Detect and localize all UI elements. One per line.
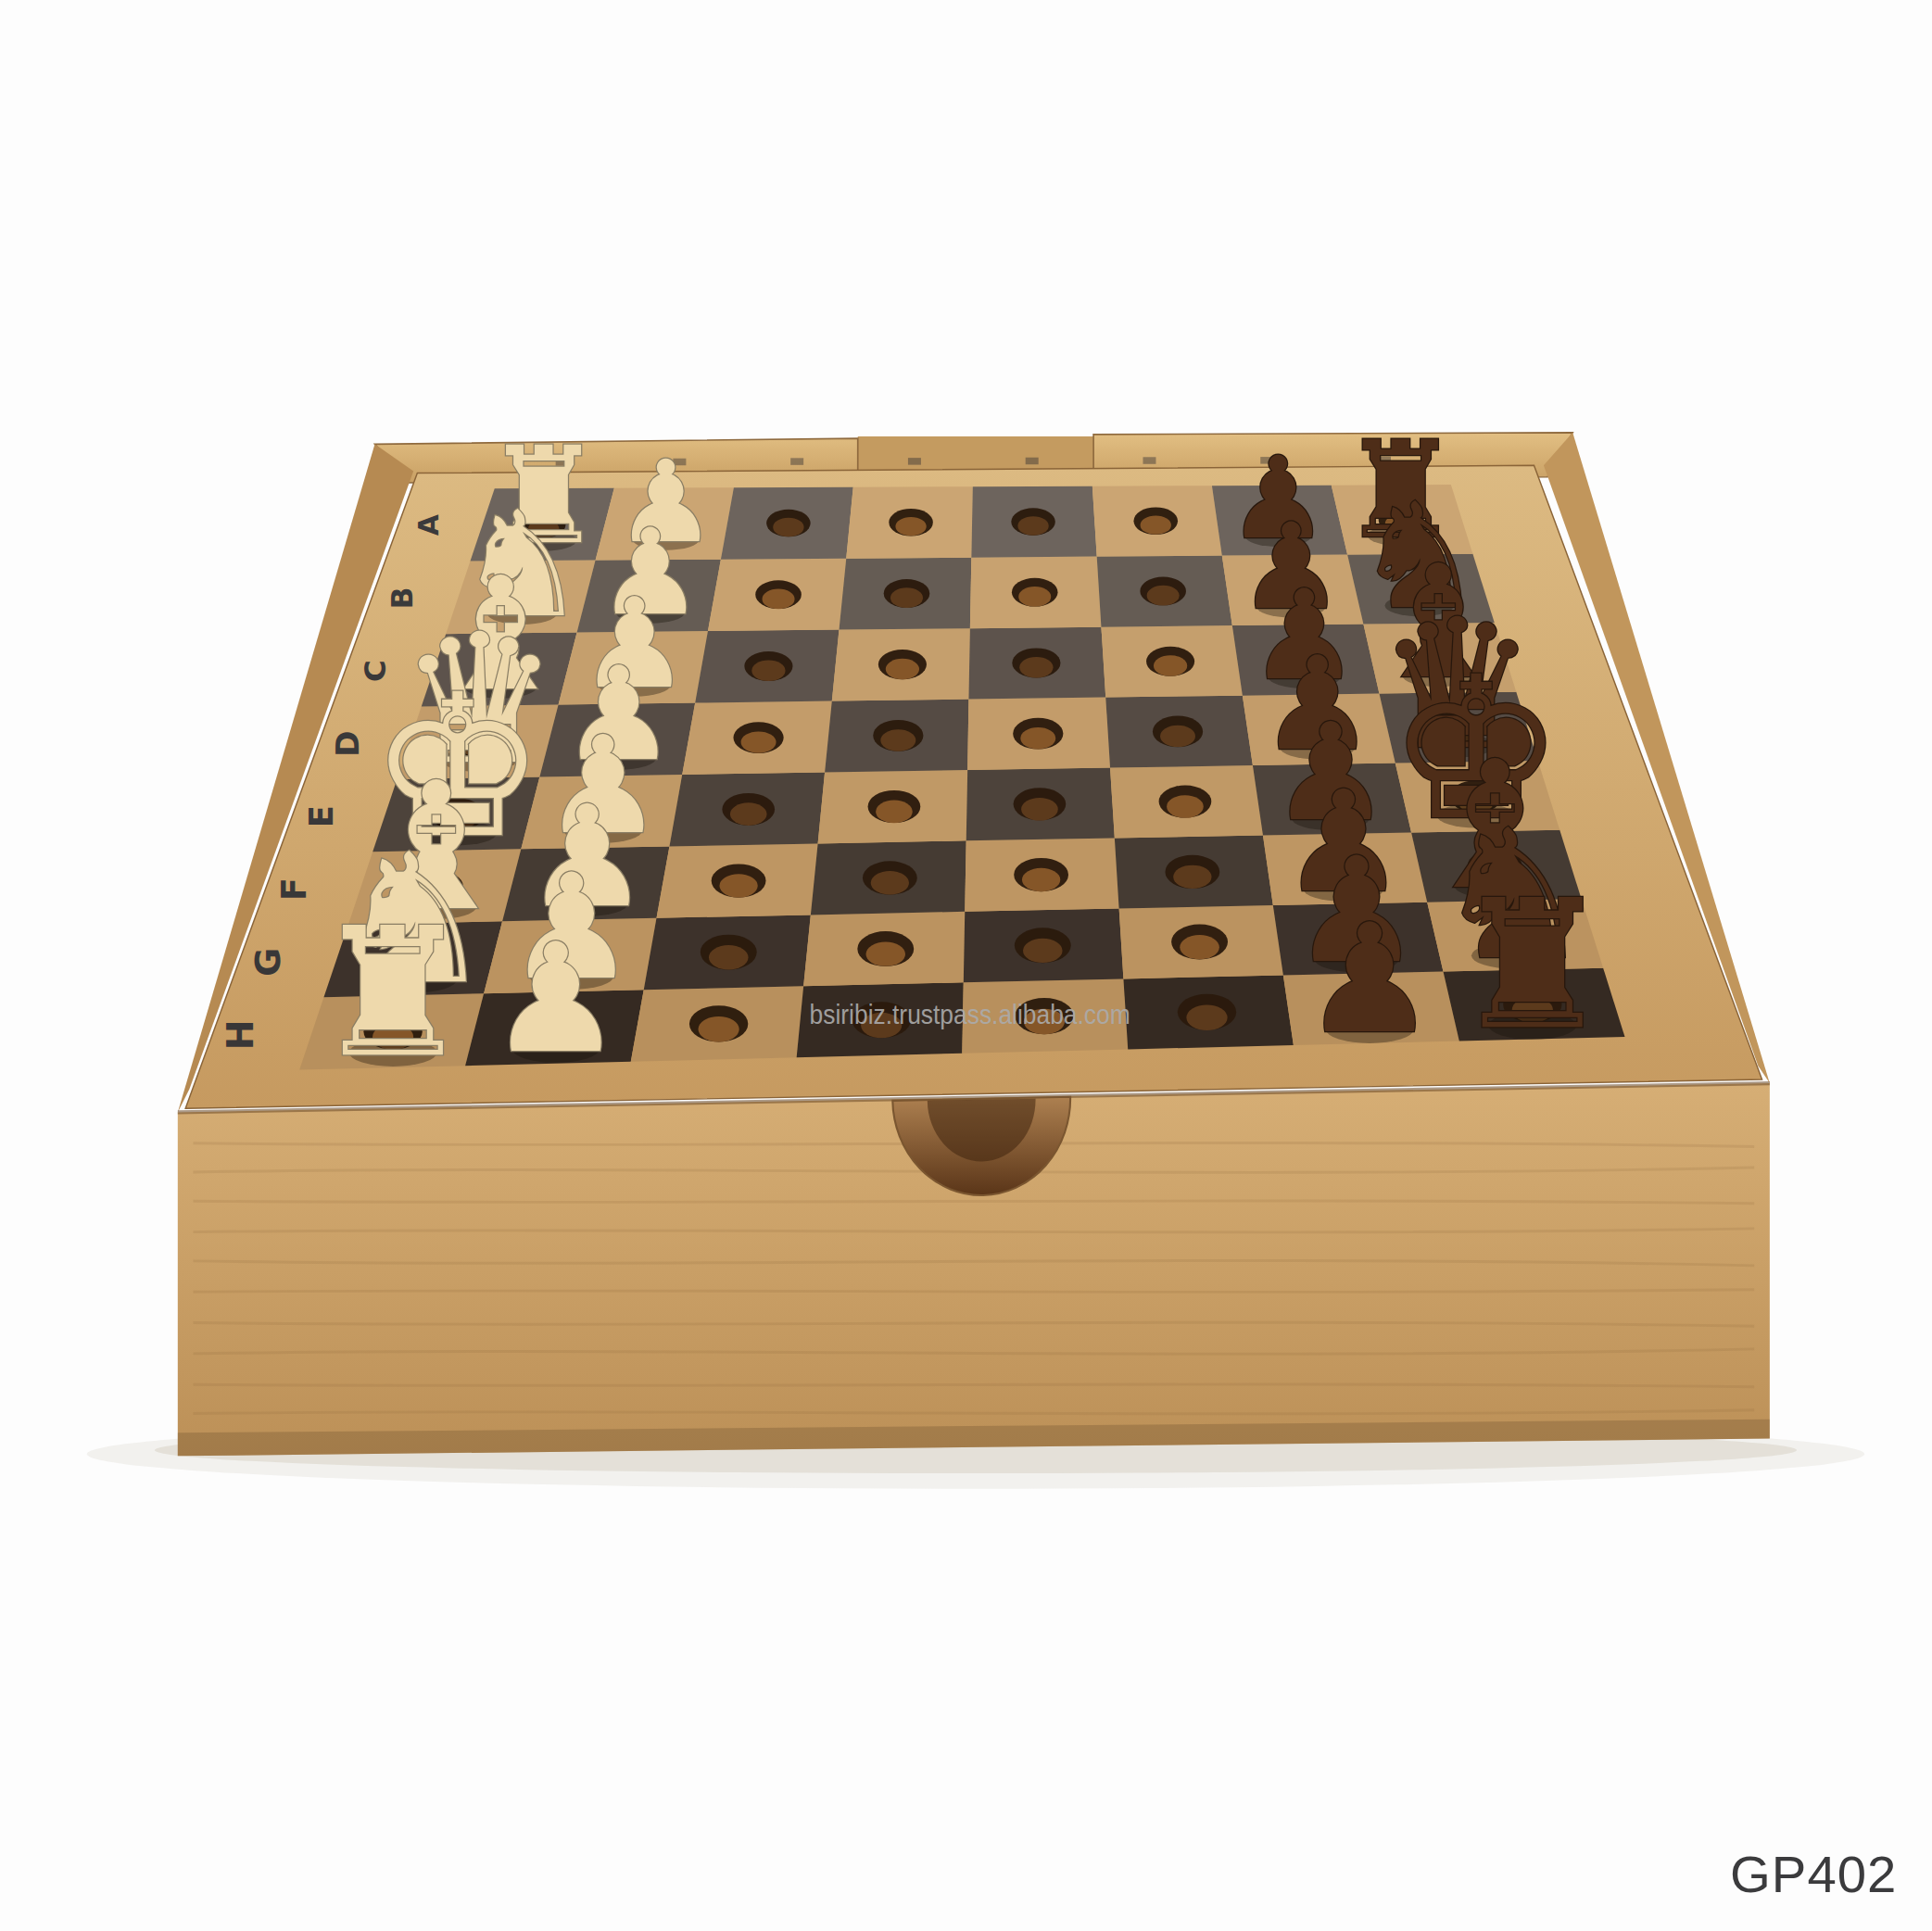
peg-hole-floor: [751, 661, 785, 682]
peg-hole-floor: [1167, 795, 1204, 818]
piece-glyph: ♟: [488, 911, 624, 1086]
back-edge-mark: [790, 458, 803, 465]
peg-hole-floor: [719, 874, 757, 897]
square-f3[interactable]: [656, 843, 817, 917]
piece-white-pawn-h2[interactable]: ♟: [488, 911, 624, 1086]
peg-hole-floor: [1186, 1005, 1227, 1031]
square-c6[interactable]: [1101, 625, 1242, 698]
square-f5[interactable]: [965, 838, 1118, 911]
square-d3[interactable]: [682, 700, 832, 774]
square-d4[interactable]: [825, 700, 968, 773]
square-b3[interactable]: [708, 559, 846, 631]
square-c3[interactable]: [695, 630, 839, 703]
square-c5[interactable]: [968, 627, 1105, 700]
product-photo: HGFEDCBA ♜♟♜♟♞♟♞♟♝♟♝♟♛♟♛♟♚♟♚♟♝♟♝♟♞♟♞♟♜♟♜…: [0, 0, 1932, 1931]
square-g5[interactable]: [964, 909, 1124, 983]
square-g6[interactable]: [1119, 905, 1283, 978]
piece-glyph: ♟: [1302, 891, 1437, 1066]
square-c4[interactable]: [832, 628, 970, 700]
peg-hole-floor: [886, 659, 919, 680]
peg-hole-floor: [1017, 516, 1048, 535]
square-b6[interactable]: [1097, 556, 1232, 627]
square-f6[interactable]: [1115, 836, 1273, 909]
square-a6[interactable]: [1092, 486, 1222, 556]
square-e5[interactable]: [966, 768, 1115, 841]
peg-hole-floor: [1021, 798, 1058, 821]
square-b4[interactable]: [840, 558, 972, 630]
square-e3[interactable]: [669, 772, 825, 846]
piece-glyph: ♜: [1453, 863, 1612, 1069]
piece-black-pawn-h7[interactable]: ♟: [1302, 891, 1437, 1066]
peg-hole-floor: [730, 802, 767, 826]
square-b5[interactable]: [970, 557, 1102, 629]
peg-hole-floor: [741, 731, 777, 752]
peg-hole-floor: [876, 801, 913, 824]
peg-hole-floor: [890, 587, 923, 608]
product-code: GP402: [1730, 1845, 1897, 1903]
piece-white-rook-h1[interactable]: ♜: [313, 890, 473, 1096]
back-edge-mark: [1026, 458, 1039, 465]
square-a5[interactable]: [971, 486, 1096, 558]
square-d5[interactable]: [967, 698, 1110, 771]
peg-hole-floor: [1020, 727, 1055, 749]
peg-hole-floor: [1154, 655, 1187, 676]
square-h6[interactable]: [1123, 975, 1293, 1049]
piece-glyph: ♜: [313, 890, 473, 1096]
square-g3[interactable]: [644, 915, 811, 990]
peg-hole-floor: [763, 589, 795, 610]
file-label-a: A: [412, 514, 445, 536]
peg-hole-floor: [699, 1016, 739, 1042]
peg-hole-floor: [1022, 868, 1060, 891]
peg-hole-floor: [773, 518, 803, 536]
file-label-h: H: [219, 1019, 261, 1050]
square-g4[interactable]: [803, 912, 965, 986]
watermark: bsiribiz.trustpass.alibaba.com: [810, 1000, 1130, 1029]
square-h3[interactable]: [631, 986, 803, 1061]
peg-hole-floor: [895, 517, 926, 536]
square-a4[interactable]: [846, 486, 973, 559]
square-e4[interactable]: [818, 770, 968, 843]
square-d6[interactable]: [1105, 696, 1253, 768]
peg-hole-floor: [1141, 515, 1171, 534]
peg-hole-floor: [1019, 657, 1053, 678]
peg-hole-floor: [880, 729, 915, 751]
square-f4[interactable]: [811, 840, 966, 915]
peg-hole-floor: [1147, 586, 1180, 606]
travel-chess-set-photo: HGFEDCBA ♜♟♜♟♞♟♞♟♝♟♝♟♛♟♛♟♚♟♚♟♝♟♝♟♞♟♞♟♜♟♜…: [0, 0, 1932, 1931]
square-e6[interactable]: [1110, 765, 1263, 838]
peg-hole-floor: [1018, 587, 1051, 607]
peg-hole-floor: [1180, 935, 1219, 959]
peg-hole-floor: [871, 871, 909, 894]
back-edge-mark: [908, 458, 921, 465]
back-edge-mark: [1143, 457, 1155, 464]
peg-hole-floor: [865, 942, 905, 966]
peg-hole-floor: [1173, 865, 1211, 889]
file-label-f: F: [274, 877, 314, 901]
square-a3[interactable]: [721, 487, 853, 560]
piece-black-rook-h8[interactable]: ♜: [1453, 863, 1612, 1069]
peg-hole-floor: [1023, 939, 1063, 963]
file-label-g: G: [247, 948, 288, 977]
peg-hole-floor: [709, 945, 749, 969]
peg-hole-floor: [1160, 726, 1195, 747]
